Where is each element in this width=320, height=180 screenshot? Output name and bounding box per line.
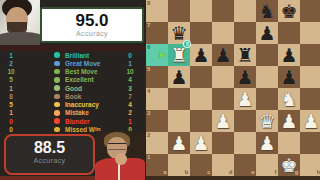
rank-label-1: 1 [147, 154, 150, 161]
rank-label-7: 7 [147, 22, 150, 29]
bottom-player-photo [95, 131, 145, 180]
file-label-d: d [229, 169, 233, 176]
bottom-accuracy-label: Accuracy [6, 157, 93, 164]
square-a8[interactable]: 8 [146, 0, 168, 22]
stat-right-count: 1 [118, 118, 142, 125]
square-c6[interactable]: ♟ [190, 44, 212, 66]
stat-left-count: 0 [0, 118, 22, 125]
stat-right-count: 1 [118, 60, 142, 67]
stat-label: Good [62, 85, 118, 92]
square-a3[interactable]: 3 [146, 110, 168, 132]
rank-label-6: 6 [147, 44, 150, 51]
stat-right-count: 4 [118, 76, 142, 83]
stat-right-count: 7 [118, 93, 142, 100]
stat-label: Excellent [62, 76, 118, 83]
brilliant-move-badge: !! [183, 40, 191, 48]
bottom-player-hand [115, 153, 127, 165]
stat-right-count: 3 [118, 85, 142, 92]
square-g1[interactable]: g♚ [278, 154, 300, 176]
square-g5[interactable]: ♟ [278, 66, 300, 88]
square-h4[interactable] [300, 88, 320, 110]
chess-board: 8♞♚7♛♟6♜♟♟♜♟5♟♟♟4♟♞3♟♛♟♟2♟♟♟1abcdefg♚h [146, 0, 320, 176]
stat-left-count: 10 [0, 68, 22, 75]
stat-left-count: 5 [0, 76, 22, 83]
stat-label: Great Move [62, 60, 118, 67]
bottom-player-glasses [108, 143, 126, 150]
square-c1[interactable]: c [190, 154, 212, 176]
stat-row-book: 8Book7 [0, 92, 146, 100]
square-g3[interactable]: ♟ [278, 110, 300, 132]
square-a4[interactable]: 4 [146, 88, 168, 110]
stat-left-count: 2 [0, 60, 22, 67]
stat-row-inaccuracy: 5Inaccuracy4 [0, 101, 146, 109]
black-pawn-d6: ♟ [212, 44, 234, 66]
stat-row-blunder: 0Blunder1 [0, 117, 146, 125]
square-a1[interactable]: 1a [146, 154, 168, 176]
stat-right-count: 2 [118, 109, 142, 116]
square-b2[interactable]: ♟ [168, 132, 190, 154]
square-e6[interactable]: ♜ [234, 44, 256, 66]
stat-row-best-move: 10Best Move10 [0, 68, 146, 76]
square-g8[interactable]: ♚ [278, 0, 300, 22]
square-c3[interactable] [190, 110, 212, 132]
black-pawn-g5: ♟ [278, 66, 300, 88]
stat-label: Best Move [62, 68, 118, 75]
square-e4[interactable]: ♟ [234, 88, 256, 110]
square-f1[interactable]: f [256, 154, 278, 176]
square-g4[interactable]: ♞ [278, 88, 300, 110]
square-e3[interactable] [234, 110, 256, 132]
square-e7[interactable] [234, 22, 256, 44]
square-g2[interactable] [278, 132, 300, 154]
square-d3[interactable]: ♟ [212, 110, 234, 132]
square-e5[interactable]: ♟ [234, 66, 256, 88]
white-queen-f3: ♛ [256, 110, 278, 132]
stat-right-count: 10 [118, 68, 142, 75]
square-d5[interactable] [212, 66, 234, 88]
bottom-edge-strip [0, 176, 95, 180]
rank-label-5: 5 [147, 66, 150, 73]
file-label-e: e [251, 169, 254, 176]
rank-label-3: 3 [147, 110, 150, 117]
square-b8[interactable] [168, 0, 190, 22]
top-accuracy-box: 95.0 Accuracy [40, 7, 144, 43]
square-b5[interactable]: ♟ [168, 66, 190, 88]
white-pawn-b2: ♟ [168, 132, 190, 154]
stat-row-great-move: 2Great Move1 [0, 59, 146, 67]
square-f7[interactable]: ♟ [256, 22, 278, 44]
rank-label-8: 8 [147, 0, 150, 7]
bottom-accuracy-value: 88.5 [6, 139, 93, 157]
white-pawn-e4: ♟ [234, 88, 256, 110]
white-pawn-h3: ♟ [300, 110, 320, 132]
square-c4[interactable] [190, 88, 212, 110]
stat-left-count: 5 [0, 101, 22, 108]
excellent-icon [54, 77, 60, 83]
square-g6[interactable]: ♟ [278, 44, 300, 66]
square-f4[interactable] [256, 88, 278, 110]
white-king-g1: ♚ [278, 154, 300, 176]
square-a2[interactable]: 2 [146, 132, 168, 154]
missed-win-icon [54, 127, 60, 133]
black-pawn-e5: ♟ [234, 66, 256, 88]
square-a7[interactable]: 7 [146, 22, 168, 44]
black-knight-f8: ♞ [256, 0, 278, 22]
good-icon [54, 85, 60, 91]
black-pawn-b5: ♟ [168, 66, 190, 88]
move-quality-panel: 1Brilliant02Great Move110Best Move105Exc… [0, 51, 146, 134]
white-pawn-c2: ♟ [190, 132, 212, 154]
stat-row-mistake: 1Mistake2 [0, 109, 146, 117]
stat-right-count: 4 [118, 101, 142, 108]
square-e2[interactable] [234, 132, 256, 154]
square-c7[interactable] [190, 22, 212, 44]
file-label-c: c [207, 169, 210, 176]
video-frame: 95.0 Accuracy 1Brilliant02Great Move110B… [0, 0, 320, 180]
stat-left-count: 1 [0, 85, 22, 92]
top-accuracy-value: 95.0 [42, 11, 142, 30]
stat-label: Mistake [62, 109, 118, 116]
square-d8[interactable] [212, 0, 234, 22]
file-label-f: f [275, 169, 277, 176]
square-g7[interactable] [278, 22, 300, 44]
square-h1[interactable]: h [300, 154, 320, 176]
file-label-a: a [163, 169, 166, 176]
top-accuracy-label: Accuracy [42, 30, 142, 37]
square-h3[interactable]: ♟ [300, 110, 320, 132]
stat-row-brilliant: 1Brilliant0 [0, 51, 146, 59]
great-move-icon [54, 61, 60, 67]
square-f8[interactable]: ♞ [256, 0, 278, 22]
square-f3[interactable]: ♛ [256, 110, 278, 132]
best-move-icon [54, 69, 60, 75]
brilliant-icon [54, 52, 60, 58]
black-rook-e6: ♜ [234, 44, 256, 66]
square-d1[interactable]: d [212, 154, 234, 176]
square-f2[interactable]: ♟ [256, 132, 278, 154]
square-h5[interactable] [300, 66, 320, 88]
rank-label-2: 2 [147, 132, 150, 139]
black-king-g8: ♚ [278, 0, 300, 22]
square-e8[interactable] [234, 0, 256, 22]
square-c2[interactable]: ♟ [190, 132, 212, 154]
stat-left-count: 8 [0, 93, 22, 100]
stat-row-excellent: 5Excellent4 [0, 76, 146, 84]
square-c8[interactable] [190, 0, 212, 22]
square-b3[interactable] [168, 110, 190, 132]
white-knight-g4: ♞ [278, 88, 300, 110]
square-h6[interactable] [300, 44, 320, 66]
stat-label: Book [62, 93, 118, 100]
stat-left-count: 1 [0, 52, 22, 59]
bottom-accuracy-box: 88.5 Accuracy [4, 134, 95, 175]
move-arrow-icon: ➤ [157, 49, 166, 61]
file-label-b: b [185, 169, 189, 176]
inaccuracy-icon [54, 102, 60, 108]
blunder-icon [54, 118, 60, 124]
white-pawn-f2: ♟ [256, 132, 278, 154]
stat-label: Blunder [62, 118, 118, 125]
book-icon [54, 94, 60, 100]
square-b4[interactable] [168, 88, 190, 110]
square-d2[interactable] [212, 132, 234, 154]
square-b1[interactable]: b [168, 154, 190, 176]
stat-left-count: 1 [0, 109, 22, 116]
stat-label: Brilliant [62, 52, 118, 59]
square-h8[interactable] [300, 0, 320, 22]
square-a5[interactable]: 5 [146, 66, 168, 88]
square-f6[interactable] [256, 44, 278, 66]
top-player-shoulders [0, 32, 40, 45]
stat-right-count: 0 [118, 52, 142, 59]
white-pawn-d3: ♟ [212, 110, 234, 132]
square-h7[interactable] [300, 22, 320, 44]
square-f5[interactable] [256, 66, 278, 88]
stat-row-good: 1Good3 [0, 84, 146, 92]
stat-label: Inaccuracy [62, 101, 118, 108]
square-d6[interactable]: ♟ [212, 44, 234, 66]
square-h2[interactable] [300, 132, 320, 154]
black-pawn-f7: ♟ [256, 22, 278, 44]
black-pawn-g6: ♟ [278, 44, 300, 66]
stat-left-count: 0 [0, 126, 22, 133]
square-e1[interactable]: e [234, 154, 256, 176]
mistake-icon [54, 110, 60, 116]
square-d4[interactable] [212, 88, 234, 110]
chess-board-area: 8♞♚7♛♟6♜♟♟♜♟5♟♟♟4♟♞3♟♛♟♟2♟♟♟1abcdefg♚h ➤… [146, 0, 320, 180]
rank-label-4: 4 [147, 88, 150, 95]
square-c5[interactable] [190, 66, 212, 88]
top-player-photo [0, 0, 40, 45]
white-pawn-g3: ♟ [278, 110, 300, 132]
black-pawn-c6: ♟ [190, 44, 212, 66]
square-d7[interactable] [212, 22, 234, 44]
